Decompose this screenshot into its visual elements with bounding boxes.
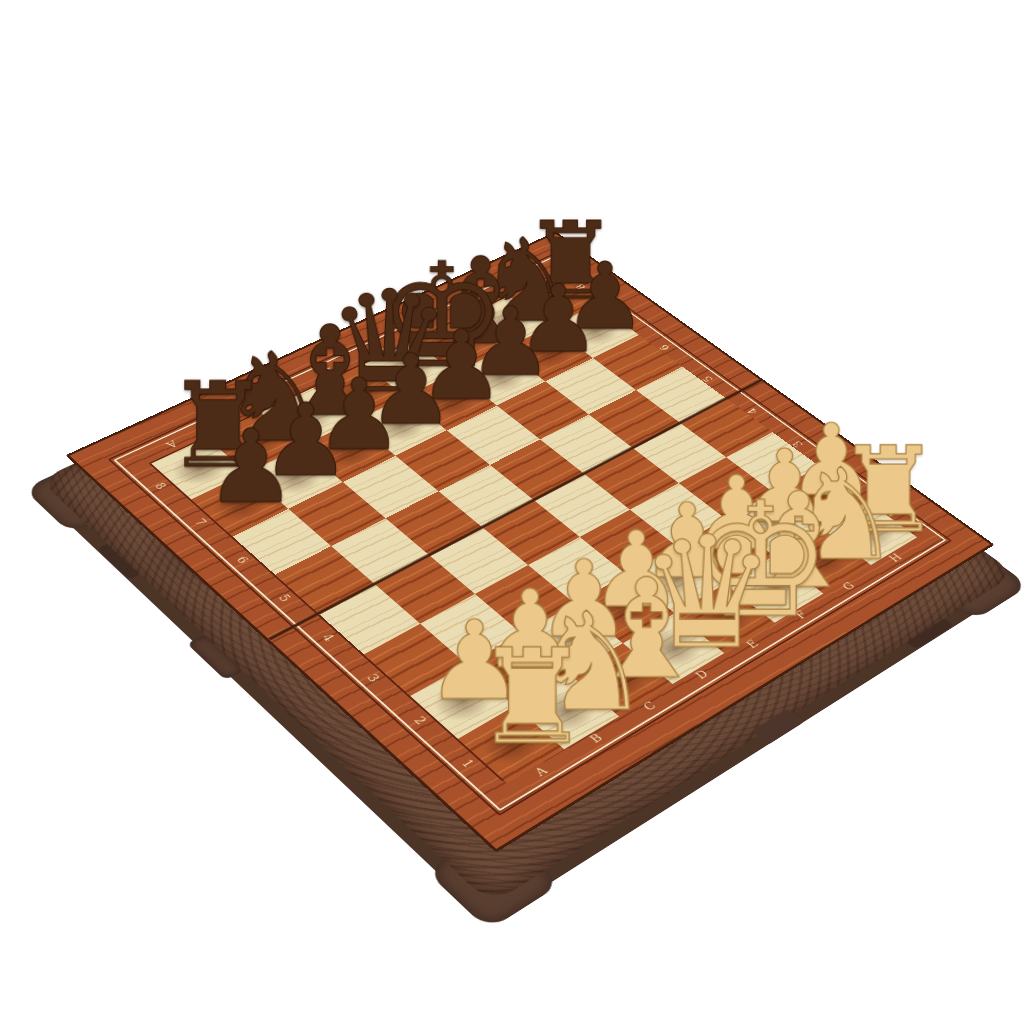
coord-label-3: 3: [364, 673, 382, 685]
coord-label-1: 1: [458, 757, 477, 770]
square-a7[interactable]: ♟: [191, 473, 288, 537]
chess-board: ABCDEFGH ABCDEFGH 87654321 87654321 ♜♞♝♛…: [65, 232, 994, 853]
square-a1[interactable]: ♜: [458, 706, 564, 783]
coord-label-6: 6: [233, 554, 251, 565]
photo-scene: ABCDEFGH ABCDEFGH 87654321 87654321 ♜♞♝♛…: [0, 0, 1024, 1024]
coord-label-2: 2: [410, 714, 429, 727]
coord-label-5: 5: [275, 593, 293, 604]
coord-label-7: 7: [192, 517, 210, 528]
piece-black-pawn-a7[interactable]: ♟: [205, 416, 274, 517]
coord-label-8: 8: [152, 481, 169, 491]
chess-set: ABCDEFGH ABCDEFGH 87654321 87654321 ♜♞♝♛…: [65, 232, 994, 853]
piece-white-rook-a1[interactable]: ♜: [474, 631, 549, 762]
coord-label-4: 4: [319, 632, 337, 644]
coord-label-6: 6: [656, 343, 671, 352]
